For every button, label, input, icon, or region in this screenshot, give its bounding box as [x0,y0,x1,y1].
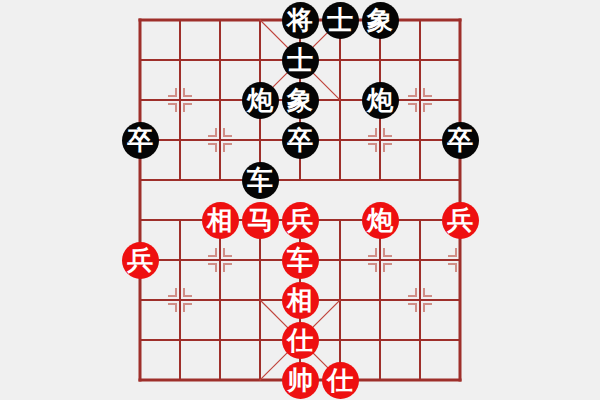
piece-red-general[interactable]: 帅 [282,362,319,399]
piece-red-advisor[interactable]: 仕 [322,362,359,399]
piece-red-soldier[interactable]: 兵 [282,202,319,239]
piece-layer: 将士象士炮象炮卒卒卒车相马兵炮兵兵车相仕帅仕 [120,0,480,400]
piece-red-horse[interactable]: 马 [242,202,279,239]
piece-red-elephant[interactable]: 相 [202,202,239,239]
piece-black-elephant[interactable]: 象 [362,2,399,39]
piece-red-elephant[interactable]: 相 [282,282,319,319]
xiangqi-board: 将士象士炮象炮卒卒卒车相马兵炮兵兵车相仕帅仕 [0,0,600,400]
piece-black-cannon[interactable]: 炮 [242,82,279,119]
piece-black-elephant[interactable]: 象 [282,82,319,119]
piece-black-soldier[interactable]: 卒 [442,122,479,159]
piece-red-soldier[interactable]: 兵 [122,242,159,279]
piece-black-advisor[interactable]: 士 [322,2,359,39]
piece-black-soldier[interactable]: 卒 [122,122,159,159]
piece-black-general[interactable]: 将 [282,2,319,39]
piece-red-soldier[interactable]: 兵 [442,202,479,239]
piece-black-advisor[interactable]: 士 [282,42,319,79]
piece-black-soldier[interactable]: 卒 [282,122,319,159]
piece-black-chariot[interactable]: 车 [242,162,279,199]
piece-red-advisor[interactable]: 仕 [282,322,319,359]
piece-red-cannon[interactable]: 炮 [362,202,399,239]
piece-red-chariot[interactable]: 车 [282,242,319,279]
piece-black-cannon[interactable]: 炮 [362,82,399,119]
